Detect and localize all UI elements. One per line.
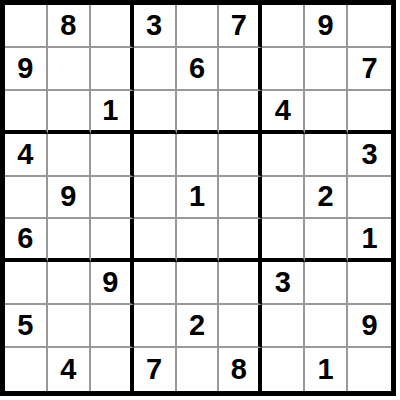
cell-r9c2: 4 (48, 348, 91, 391)
cell-r2c4[interactable] (134, 48, 177, 91)
given-digit: 9 (361, 311, 377, 340)
cell-r6c1: 6 (5, 219, 48, 262)
cell-r4c4[interactable] (134, 134, 177, 177)
cell-r7c4[interactable] (134, 262, 177, 305)
cell-r7c5[interactable] (177, 262, 220, 305)
cell-r2c5: 6 (177, 48, 220, 91)
cell-r5c9[interactable] (348, 177, 391, 220)
cell-r5c4[interactable] (134, 177, 177, 220)
given-digit: 3 (146, 11, 162, 40)
cell-r7c9[interactable] (348, 262, 391, 305)
cell-r7c7: 3 (262, 262, 305, 305)
cell-r4c8[interactable] (305, 134, 348, 177)
given-digit: 5 (17, 311, 33, 340)
cell-r2c6[interactable] (219, 48, 262, 91)
cell-r6c4[interactable] (134, 219, 177, 262)
cell-r9c1[interactable] (5, 348, 48, 391)
cell-r4c3[interactable] (91, 134, 134, 177)
cell-r8c4[interactable] (134, 305, 177, 348)
given-digit: 2 (189, 311, 205, 340)
cell-r7c3: 9 (91, 262, 134, 305)
given-digit: 9 (60, 182, 76, 211)
given-digit: 1 (318, 355, 334, 384)
cell-r7c6[interactable] (219, 262, 262, 305)
given-digit: 6 (189, 54, 205, 83)
cell-r6c7[interactable] (262, 219, 305, 262)
cell-r1c2: 8 (48, 5, 91, 48)
cell-r3c3: 1 (91, 91, 134, 134)
cell-r6c8[interactable] (305, 219, 348, 262)
cell-r8c5: 2 (177, 305, 220, 348)
cell-r1c4: 3 (134, 5, 177, 48)
cell-r8c6[interactable] (219, 305, 262, 348)
cell-r6c6[interactable] (219, 219, 262, 262)
cell-r1c3[interactable] (91, 5, 134, 48)
given-digit: 6 (17, 224, 33, 253)
cell-r7c2[interactable] (48, 262, 91, 305)
cell-r4c2[interactable] (48, 134, 91, 177)
cell-r2c7[interactable] (262, 48, 305, 91)
given-digit: 7 (146, 355, 162, 384)
cell-r3c2[interactable] (48, 91, 91, 134)
cell-r8c2[interactable] (48, 305, 91, 348)
given-digit: 1 (189, 182, 205, 211)
cell-r2c8[interactable] (305, 48, 348, 91)
cell-r3c4[interactable] (134, 91, 177, 134)
cell-r6c5[interactable] (177, 219, 220, 262)
cell-r2c1: 9 (5, 48, 48, 91)
cell-r2c3[interactable] (91, 48, 134, 91)
cell-r9c8: 1 (305, 348, 348, 391)
cell-r6c2[interactable] (48, 219, 91, 262)
given-digit: 8 (231, 355, 247, 384)
given-digit: 9 (318, 11, 334, 40)
given-digit: 1 (361, 224, 377, 253)
cell-r3c9[interactable] (348, 91, 391, 134)
cell-r2c9: 7 (348, 48, 391, 91)
cell-r5c6[interactable] (219, 177, 262, 220)
cell-r4c1: 4 (5, 134, 48, 177)
given-digit: 4 (17, 140, 33, 169)
cell-r9c6: 8 (219, 348, 262, 391)
cell-r3c8[interactable] (305, 91, 348, 134)
cell-r3c6[interactable] (219, 91, 262, 134)
cell-r5c7[interactable] (262, 177, 305, 220)
given-digit: 7 (361, 54, 377, 83)
given-digit: 7 (231, 11, 247, 40)
cell-r9c7[interactable] (262, 348, 305, 391)
cell-r4c7[interactable] (262, 134, 305, 177)
cell-r9c3[interactable] (91, 348, 134, 391)
cell-r9c9[interactable] (348, 348, 391, 391)
cell-r5c3[interactable] (91, 177, 134, 220)
cell-r5c1[interactable] (5, 177, 48, 220)
cell-r5c2: 9 (48, 177, 91, 220)
cell-r7c1[interactable] (5, 262, 48, 305)
cell-r1c9[interactable] (348, 5, 391, 48)
given-digit: 1 (102, 96, 118, 125)
cell-r1c5[interactable] (177, 5, 220, 48)
cell-r3c5[interactable] (177, 91, 220, 134)
cell-r9c4: 7 (134, 348, 177, 391)
cell-r5c8: 2 (305, 177, 348, 220)
given-digit: 3 (275, 268, 291, 297)
cell-r8c8[interactable] (305, 305, 348, 348)
cell-r1c1[interactable] (5, 5, 48, 48)
cell-r8c1: 5 (5, 305, 48, 348)
cell-r6c9: 1 (348, 219, 391, 262)
cell-r1c6: 7 (219, 5, 262, 48)
given-digit: 9 (102, 268, 118, 297)
cell-r5c5: 1 (177, 177, 220, 220)
given-digit: 8 (60, 11, 76, 40)
cell-r4c9: 3 (348, 134, 391, 177)
cell-r6c3[interactable] (91, 219, 134, 262)
cell-r1c8: 9 (305, 5, 348, 48)
cell-r8c7[interactable] (262, 305, 305, 348)
cell-r7c8[interactable] (305, 262, 348, 305)
sudoku-board: 8379967144391261935294781 (0, 0, 396, 396)
cell-r8c3[interactable] (91, 305, 134, 348)
cell-r9c5[interactable] (177, 348, 220, 391)
given-digit: 3 (361, 140, 377, 169)
cell-r2c2[interactable] (48, 48, 91, 91)
given-digit: 9 (17, 54, 33, 83)
cell-r1c7[interactable] (262, 5, 305, 48)
given-digit: 4 (60, 355, 76, 384)
given-digit: 4 (275, 96, 291, 125)
cell-r4c5[interactable] (177, 134, 220, 177)
cell-r3c7: 4 (262, 91, 305, 134)
cell-r8c9: 9 (348, 305, 391, 348)
cell-r3c1[interactable] (5, 91, 48, 134)
given-digit: 2 (318, 182, 334, 211)
cell-r4c6[interactable] (219, 134, 262, 177)
